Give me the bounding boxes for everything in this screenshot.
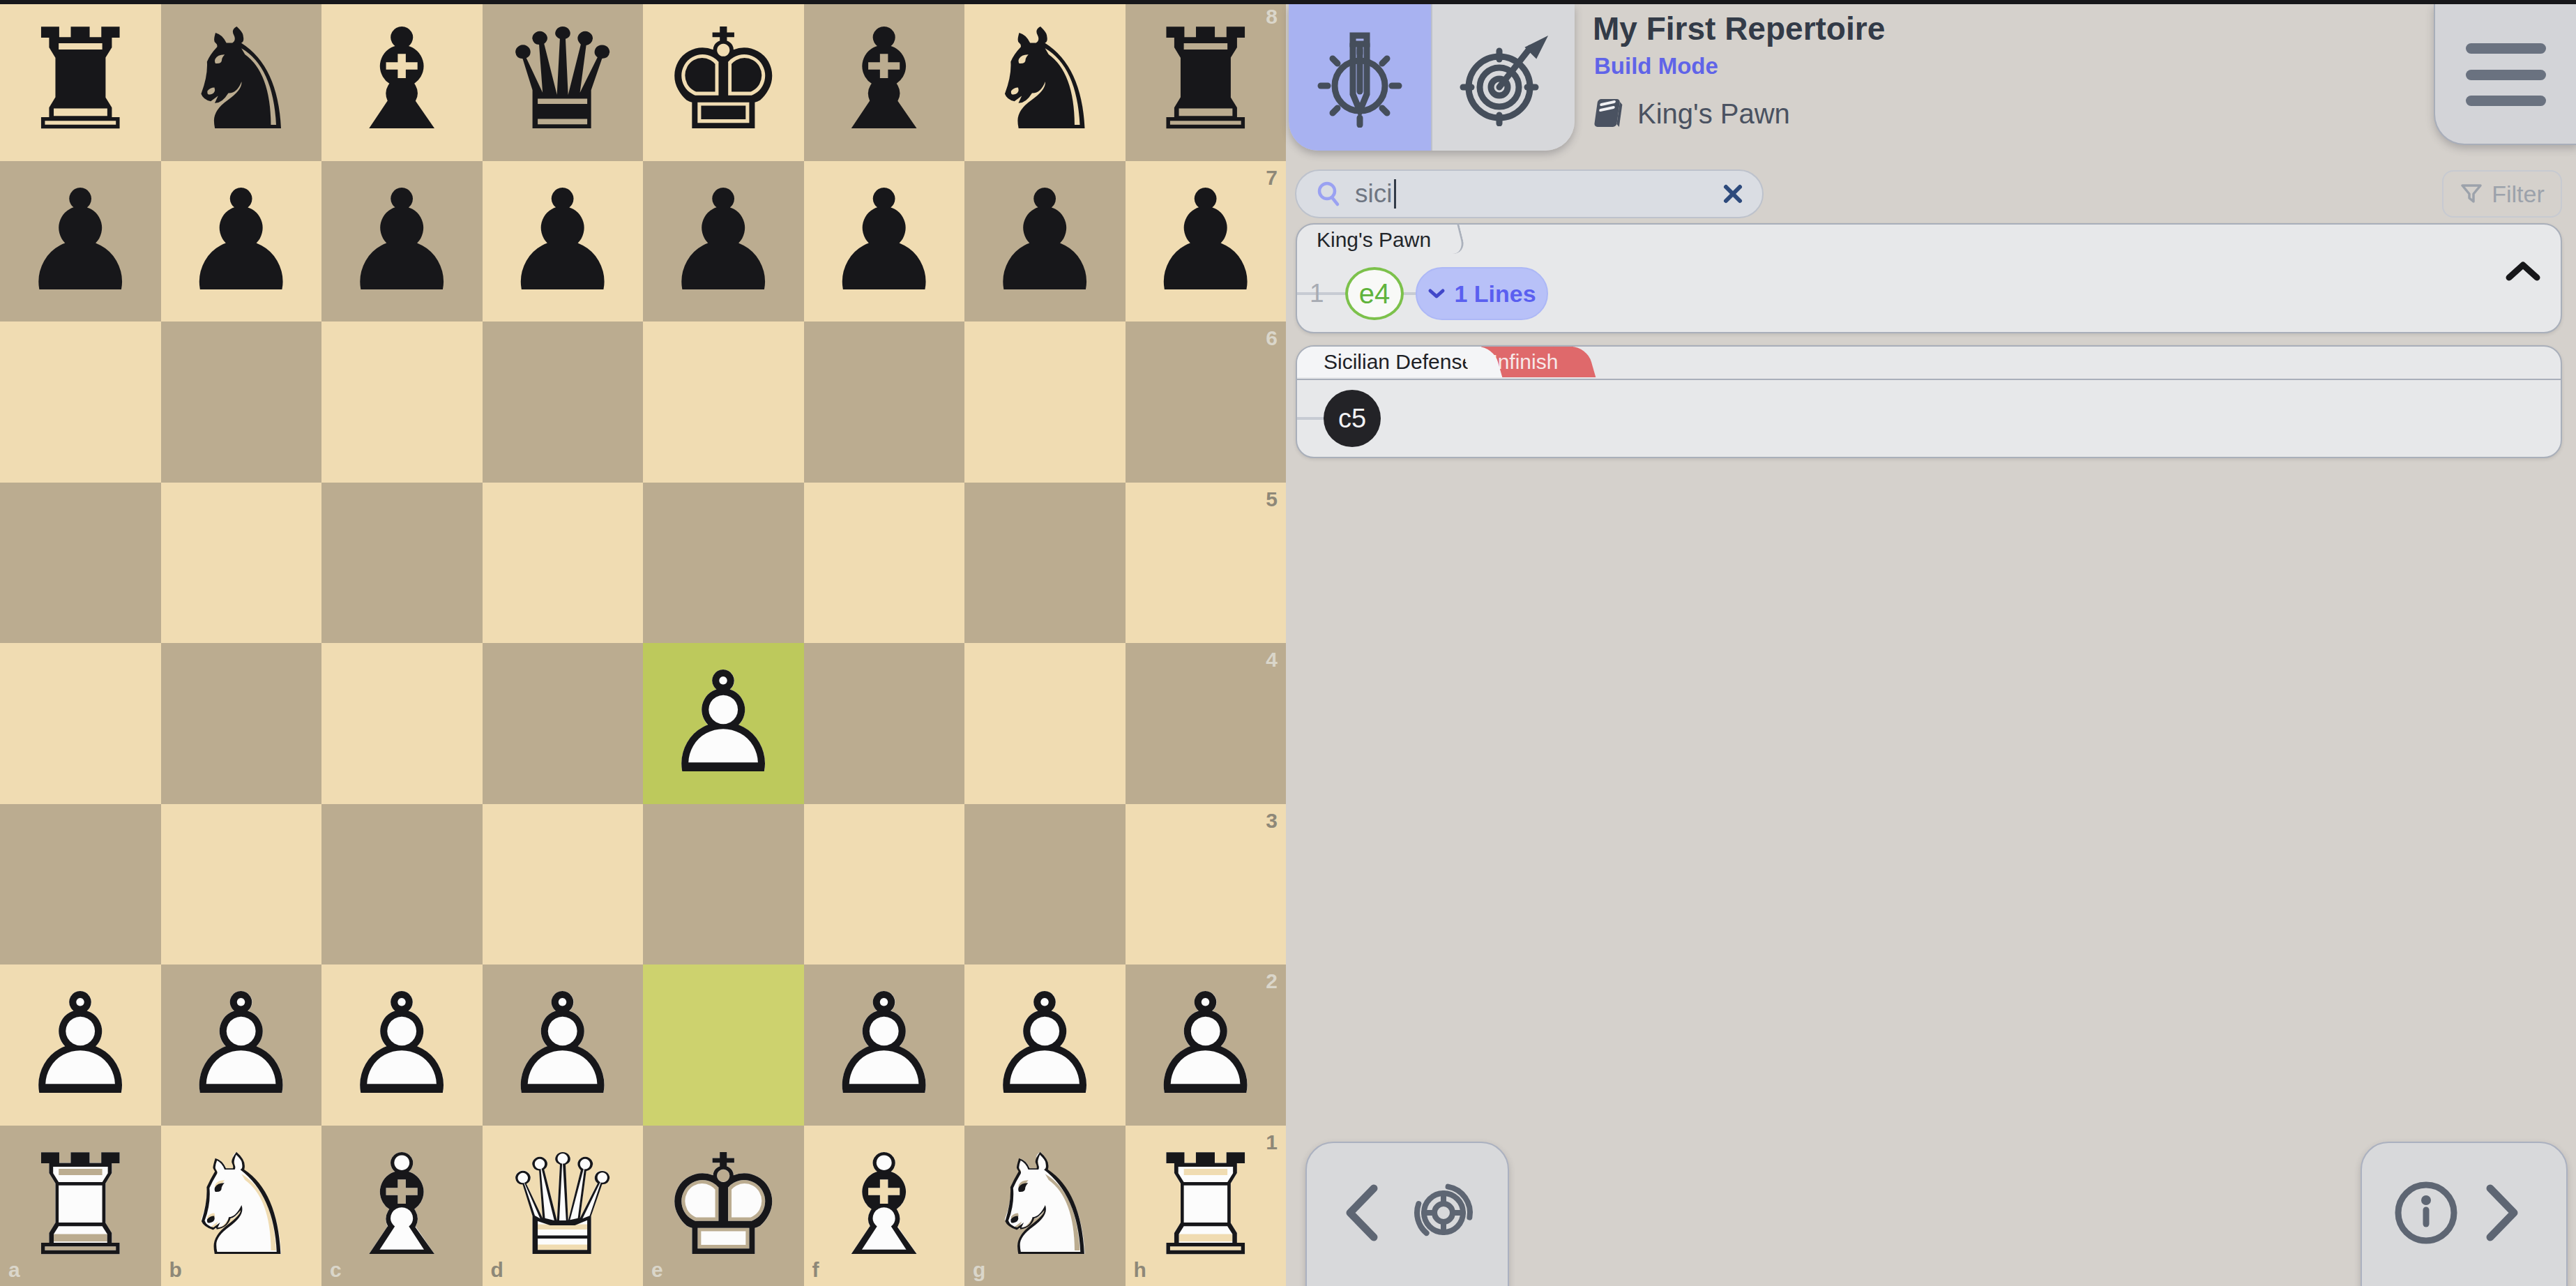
move-san: c5 (1338, 404, 1366, 434)
square-d2[interactable]: ♟♙ (483, 965, 644, 1126)
black-rook: ♜ (1126, 0, 1287, 161)
square-b8[interactable]: ♞ (161, 0, 322, 161)
tab-sicilian-defense: Sicilian Defense (1297, 347, 1481, 377)
black-bishop: ♝ (321, 0, 483, 161)
filter-button[interactable]: Filter (2442, 170, 2562, 218)
tab-label: Sicilian Defense (1324, 350, 1473, 374)
repertoire-breadcrumb: King's Pawn (1591, 96, 1790, 131)
black-rook: ♜ (0, 0, 161, 161)
rank-label-5: 5 (1266, 489, 1278, 510)
chevron-left-icon (1343, 1183, 1379, 1243)
white-bishop: ♝♗ (321, 1126, 483, 1286)
move-row: 1 e4 1 Lines (1297, 255, 2561, 332)
square-h3[interactable]: 3 (1126, 804, 1287, 965)
square-a2[interactable]: ♟♙ (0, 965, 161, 1126)
move-chip-c5[interactable]: c5 (1324, 390, 1381, 447)
square-g6[interactable] (964, 321, 1126, 483)
repertoire-name: King's Pawn (1637, 98, 1790, 130)
white-pawn: ♟♙ (321, 965, 483, 1126)
square-b5[interactable] (161, 483, 322, 644)
square-e6[interactable] (643, 321, 804, 483)
square-g2[interactable]: ♟♙ (964, 965, 1126, 1126)
square-f6[interactable] (804, 321, 965, 483)
chevron-down-icon (1427, 287, 1446, 300)
square-g4[interactable] (964, 643, 1126, 804)
white-queen: ♛♕ (483, 1126, 644, 1286)
square-h1[interactable]: 1h♜♖ (1126, 1126, 1287, 1286)
black-pawn: ♟ (964, 161, 1126, 322)
tab-kings-pawn: King's Pawn (1297, 225, 1431, 255)
square-a6[interactable] (0, 321, 161, 483)
mode-label: Build Mode (1594, 53, 1718, 80)
move-row: c5 (1297, 380, 2561, 457)
search-icon (1314, 179, 1344, 209)
white-rook: ♜♖ (1126, 1126, 1287, 1286)
square-d1[interactable]: d♛♕ (483, 1126, 644, 1286)
target-arrow-icon (1457, 29, 1550, 126)
square-h7[interactable]: 7♟ (1126, 161, 1287, 322)
openings-wheel-button[interactable] (1400, 1143, 1487, 1283)
square-d8[interactable]: ♛ (483, 0, 644, 161)
square-c6[interactable] (321, 321, 483, 483)
move-chip-e4[interactable]: e4 (1345, 267, 1404, 320)
square-g8[interactable]: ♞ (964, 0, 1126, 161)
white-king: ♚♔ (643, 1126, 804, 1286)
move-number: 1 (1310, 279, 1324, 308)
square-f2[interactable]: ♟♙ (804, 965, 965, 1126)
chevron-up-icon[interactable] (2505, 261, 2541, 282)
black-pawn: ♟ (804, 161, 965, 322)
black-pawn: ♟ (161, 161, 322, 322)
square-b3[interactable] (161, 804, 322, 965)
lines-count-button[interactable]: 1 Lines (1416, 267, 1548, 320)
square-a4[interactable] (0, 643, 161, 804)
square-e2[interactable] (643, 965, 804, 1126)
forward-button[interactable] (2485, 1143, 2521, 1283)
window-top-border (0, 0, 2576, 4)
square-f7[interactable]: ♟ (804, 161, 965, 322)
tab-row: Sicilian Defense Unfinished (1297, 347, 2561, 380)
square-h8[interactable]: 8♜ (1126, 0, 1287, 161)
white-bishop: ♝♗ (804, 1126, 965, 1286)
square-e7[interactable]: ♟ (643, 161, 804, 322)
black-knight: ♞ (161, 0, 322, 161)
square-d7[interactable]: ♟ (483, 161, 644, 322)
black-queen: ♛ (483, 0, 644, 161)
build-mode-button[interactable] (1289, 4, 1431, 151)
lines-count-label: 1 Lines (1454, 280, 1536, 308)
square-e8[interactable]: ♚ (643, 0, 804, 161)
back-button[interactable] (1343, 1143, 1379, 1283)
tab-edge (1429, 223, 1467, 254)
white-knight: ♞♘ (161, 1126, 322, 1286)
search-value: sici (1355, 179, 1392, 209)
black-pawn: ♟ (483, 161, 644, 322)
square-a7[interactable]: ♟ (0, 161, 161, 322)
white-pawn: ♟♙ (483, 965, 644, 1126)
square-e3[interactable] (643, 804, 804, 965)
square-c1[interactable]: c♝♗ (321, 1126, 483, 1286)
square-d4[interactable] (483, 643, 644, 804)
square-b7[interactable]: ♟ (161, 161, 322, 322)
square-f3[interactable] (804, 804, 965, 965)
square-c4[interactable] (321, 643, 483, 804)
app-window: ♜♞♝♛♚♝♞8♜♟♟♟♟♟♟♟7♟65♟♙43♟♙♟♙♟♙♟♙♟♙♟♙2♟♙a… (0, 0, 2576, 1286)
white-pawn: ♟♙ (1126, 965, 1287, 1126)
repertoire-title: My First Repertoire (1593, 10, 1885, 47)
black-pawn: ♟ (0, 161, 161, 322)
practice-mode-button[interactable] (1431, 4, 1575, 151)
black-bishop: ♝ (804, 0, 965, 161)
square-f5[interactable] (804, 483, 965, 644)
clear-x-icon[interactable] (1722, 183, 1744, 205)
bottom-right-controls (2361, 1142, 2568, 1286)
square-f4[interactable] (804, 643, 965, 804)
square-a3[interactable] (0, 804, 161, 965)
filter-label: Filter (2492, 181, 2545, 208)
square-c3[interactable] (321, 804, 483, 965)
square-g3[interactable] (964, 804, 1126, 965)
white-knight: ♞♘ (964, 1126, 1126, 1286)
square-a8[interactable]: ♜ (0, 0, 161, 161)
mode-toggle (1289, 4, 1575, 151)
funnel-icon (2460, 182, 2483, 206)
black-knight: ♞ (964, 0, 1126, 161)
white-pawn: ♟♙ (161, 965, 322, 1126)
square-c7[interactable]: ♟ (321, 161, 483, 322)
search-input[interactable]: sici (1295, 169, 1764, 218)
rank-label-4: 4 (1266, 649, 1278, 670)
square-c8[interactable]: ♝ (321, 0, 483, 161)
square-c2[interactable]: ♟♙ (321, 965, 483, 1126)
square-d3[interactable] (483, 804, 644, 965)
white-pawn: ♟♙ (964, 965, 1126, 1126)
square-f1[interactable]: f♝♗ (804, 1126, 965, 1286)
square-a5[interactable] (0, 483, 161, 644)
chess-board: ♜♞♝♛♚♝♞8♜♟♟♟♟♟♟♟7♟65♟♙43♟♙♟♙♟♙♟♙♟♙♟♙2♟♙a… (0, 0, 1286, 1286)
black-pawn: ♟ (321, 161, 483, 322)
tab-label: King's Pawn (1317, 228, 1431, 252)
side-panel: My First Repertoire Build Mode King's Pa… (1286, 0, 2576, 1286)
square-g1[interactable]: g♞♘ (964, 1126, 1126, 1286)
hamburger-menu-button[interactable] (2434, 4, 2576, 145)
white-pawn: ♟♙ (804, 965, 965, 1126)
book-icon (1591, 96, 1626, 131)
square-e5[interactable] (643, 483, 804, 644)
square-b6[interactable] (161, 321, 322, 483)
black-pawn: ♟ (643, 161, 804, 322)
bottom-left-controls (1305, 1142, 1509, 1286)
square-d6[interactable] (483, 321, 644, 483)
square-c5[interactable] (321, 483, 483, 644)
square-h6[interactable]: 6 (1126, 321, 1287, 483)
chevron-right-icon (2485, 1183, 2521, 1243)
square-h5[interactable]: 5 (1126, 483, 1287, 644)
line-card-sicilian: Sicilian Defense Unfinished c5 (1296, 345, 2562, 458)
white-rook: ♜♖ (0, 1126, 161, 1286)
info-icon (2393, 1179, 2460, 1246)
square-e1[interactable]: e♚♔ (643, 1126, 804, 1286)
line-card-kings-pawn: King's Pawn 1 e4 1 Lines (1296, 223, 2562, 333)
square-h4[interactable]: 4 (1126, 643, 1287, 804)
square-b4[interactable] (161, 643, 322, 804)
square-e4[interactable]: ♟♙ (643, 643, 804, 804)
square-h2[interactable]: 2♟♙ (1126, 965, 1287, 1126)
black-king: ♚ (643, 0, 804, 161)
square-d5[interactable] (483, 483, 644, 644)
square-f8[interactable]: ♝ (804, 0, 965, 161)
square-b2[interactable]: ♟♙ (161, 965, 322, 1126)
white-pawn: ♟♙ (643, 643, 804, 804)
move-san: e4 (1359, 278, 1391, 310)
black-pawn: ♟ (1126, 161, 1287, 322)
square-b1[interactable]: b♞♘ (161, 1126, 322, 1286)
openings-wheel-icon (1400, 1170, 1487, 1256)
square-g7[interactable]: ♟ (964, 161, 1126, 322)
info-button[interactable] (2393, 1143, 2460, 1283)
gear-pencil-icon (1315, 27, 1404, 128)
text-caret (1394, 179, 1396, 209)
square-g5[interactable] (964, 483, 1126, 644)
rank-label-6: 6 (1266, 328, 1278, 349)
white-pawn: ♟♙ (0, 965, 161, 1126)
square-a1[interactable]: a♜♖ (0, 1126, 161, 1286)
rank-label-3: 3 (1266, 810, 1278, 831)
